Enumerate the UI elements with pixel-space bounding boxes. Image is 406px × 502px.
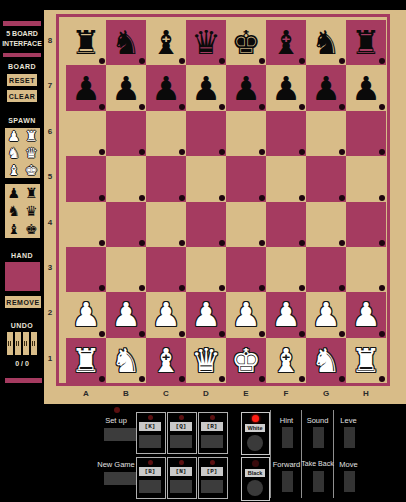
black-pawn: ♟ <box>226 65 266 110</box>
sound-label: Sound <box>302 416 333 425</box>
hint-label: Hint <box>271 416 302 425</box>
square-h2[interactable]: ♟ <box>346 292 386 337</box>
black-rook: ♜ <box>66 20 106 65</box>
spawn-white-rook[interactable]: ♜ <box>23 128 41 145</box>
peg-dot <box>379 240 385 246</box>
square-b5[interactable] <box>106 156 146 201</box>
spawn-black-rook[interactable]: ♜ <box>23 184 41 202</box>
peg-dot <box>339 285 345 291</box>
peg-dot <box>219 149 225 155</box>
peg-dot <box>259 195 265 201</box>
white-indicator[interactable]: White <box>241 412 270 455</box>
piece-box-led <box>179 415 184 420</box>
peg-dot <box>179 195 185 201</box>
spawn-white-queen[interactable]: ♛ <box>23 145 41 162</box>
peg-dot <box>179 240 185 246</box>
peg-dot <box>339 240 345 246</box>
square-d8[interactable]: ♛ <box>186 20 226 65</box>
white-knight: ♞ <box>306 338 346 383</box>
square-c6[interactable] <box>146 111 186 156</box>
square-f6[interactable] <box>266 111 306 156</box>
white-knight: ♞ <box>106 338 146 383</box>
square-b1[interactable]: ♞ <box>106 338 146 383</box>
undo-bar[interactable] <box>15 332 21 355</box>
spawn-white-knight[interactable]: ♞ <box>5 145 23 162</box>
divider-bar-bottom <box>5 378 42 383</box>
piece-box-button[interactable] <box>170 435 192 448</box>
square-g2[interactable]: ♟ <box>306 292 346 337</box>
setup-button[interactable] <box>104 428 140 441</box>
square-f5[interactable] <box>266 156 306 201</box>
square-a4[interactable] <box>66 202 106 247</box>
spawn-black-queen[interactable]: ♛ <box>23 202 41 220</box>
black-bishop: ♝ <box>146 20 186 65</box>
divider-bar-mid <box>3 53 41 57</box>
board-squares: ♜♞♝♛♚♝♞♜♟♟♟♟♟♟♟♟♟♟♟♟♟♟♟♟♜♞♝♛♚♝♞♜ <box>66 20 386 383</box>
piece-box-label: [R] <box>201 422 223 431</box>
square-g6[interactable] <box>306 111 346 156</box>
white-rook: ♜ <box>346 338 386 383</box>
square-g4[interactable] <box>306 202 346 247</box>
spawn-palette-white[interactable]: ♟♜♞♛♝♚ <box>5 128 40 178</box>
square-g1[interactable]: ♞ <box>306 338 346 383</box>
square-f8[interactable]: ♝ <box>266 20 306 65</box>
peg-dot <box>179 149 185 155</box>
black-knight: ♞ <box>106 20 146 65</box>
piece-box-button[interactable] <box>201 480 223 493</box>
move-label: Move <box>333 460 364 469</box>
piece-box-led <box>210 460 215 465</box>
peg-dot <box>259 285 265 291</box>
hint-button[interactable] <box>282 427 293 448</box>
square-b8[interactable]: ♞ <box>106 20 146 65</box>
square-a6[interactable] <box>66 111 106 156</box>
square-h1[interactable]: ♜ <box>346 338 386 383</box>
rank-label-7: 7 <box>44 81 56 90</box>
forward-label: Forward <box>269 460 304 469</box>
peg-dot <box>99 195 105 201</box>
black-indicator[interactable]: Black <box>241 457 270 501</box>
white-pawn: ♟ <box>66 292 106 337</box>
black-pawn: ♟ <box>146 65 186 110</box>
divider-bar-top <box>3 21 41 26</box>
undo-bar[interactable] <box>23 332 29 355</box>
peg-dot <box>379 149 385 155</box>
board-section-label: BOARD <box>0 63 44 70</box>
spawn-black-pawn[interactable]: ♟ <box>5 184 23 202</box>
black-queen: ♛ <box>186 20 226 65</box>
hand-section-label: HAND <box>0 252 44 259</box>
square-a5[interactable] <box>66 156 106 201</box>
piece-box-button[interactable] <box>139 480 161 493</box>
take-back-label: Take Back <box>300 460 335 467</box>
square-h5[interactable] <box>346 156 386 201</box>
spawn-black-knight[interactable]: ♞ <box>5 202 23 220</box>
white-led <box>252 415 259 422</box>
peg-dot <box>379 285 385 291</box>
square-e8[interactable]: ♚ <box>226 20 266 65</box>
square-e1[interactable]: ♚ <box>226 338 266 383</box>
file-label-h: H <box>346 389 386 398</box>
white-bishop: ♝ <box>146 338 186 383</box>
white-pawn: ♟ <box>226 292 266 337</box>
white-pawn: ♟ <box>346 292 386 337</box>
spawn-white-pawn[interactable]: ♟ <box>5 128 23 145</box>
square-c7[interactable]: ♟ <box>146 65 186 110</box>
rank-label-5: 5 <box>44 172 56 181</box>
square-f4[interactable] <box>266 202 306 247</box>
square-f1[interactable]: ♝ <box>266 338 306 383</box>
square-e6[interactable] <box>226 111 266 156</box>
file-label-a: A <box>66 389 106 398</box>
piece-box-led <box>148 460 153 465</box>
square-b7[interactable]: ♟ <box>106 65 146 110</box>
spawn-black-king[interactable]: ♚ <box>23 220 41 238</box>
setup-led <box>114 407 120 413</box>
square-a7[interactable]: ♟ <box>66 65 106 110</box>
square-b4[interactable] <box>106 202 146 247</box>
white-bishop: ♝ <box>266 338 306 383</box>
rank-label-3: 3 <box>44 263 56 272</box>
black-knight: ♞ <box>306 20 346 65</box>
square-b6[interactable] <box>106 111 146 156</box>
piece-box-led <box>148 415 153 420</box>
square-f7[interactable]: ♟ <box>266 65 306 110</box>
square-b3[interactable] <box>106 247 146 292</box>
piece-box-button[interactable] <box>139 435 161 448</box>
peg-dot <box>339 195 345 201</box>
take-back-button[interactable] <box>313 471 324 492</box>
level-label: Leve <box>333 416 364 425</box>
square-c3[interactable] <box>146 247 186 292</box>
square-g5[interactable] <box>306 156 346 201</box>
peg-dot <box>299 195 305 201</box>
file-label-e: E <box>226 389 266 398</box>
rank-label-4: 4 <box>44 218 56 227</box>
black-label: Black <box>245 469 265 477</box>
spawn-palette-black[interactable]: ♟♜♞♛♝♚ <box>5 184 40 238</box>
peg-dot <box>179 285 185 291</box>
white-pawn: ♟ <box>186 292 226 337</box>
spawn-black-bishop[interactable]: ♝ <box>5 220 23 238</box>
remove-button[interactable]: REMOVE <box>5 296 41 308</box>
piece-box-p[interactable]: [P] <box>198 457 228 499</box>
peg-dot <box>99 149 105 155</box>
square-h6[interactable] <box>346 111 386 156</box>
black-king: ♚ <box>226 20 266 65</box>
undo-section-label: UNDO <box>0 322 44 329</box>
square-h8[interactable]: ♜ <box>346 20 386 65</box>
black-pawn: ♟ <box>346 65 386 110</box>
piece-box-label: [N] <box>170 467 192 476</box>
square-g7[interactable]: ♟ <box>306 65 346 110</box>
peg-dot <box>219 240 225 246</box>
white-pawn: ♟ <box>306 292 346 337</box>
peg-dot <box>219 195 225 201</box>
undo-bars[interactable] <box>7 332 39 355</box>
rank-label-1: 1 <box>44 354 56 363</box>
rank-label-8: 8 <box>44 36 56 45</box>
move-button[interactable] <box>344 471 355 492</box>
piece-box-button[interactable] <box>201 435 223 448</box>
square-c2[interactable]: ♟ <box>146 292 186 337</box>
square-d6[interactable] <box>186 111 226 156</box>
file-label-c: C <box>146 389 186 398</box>
square-g3[interactable] <box>306 247 346 292</box>
square-g8[interactable]: ♞ <box>306 20 346 65</box>
piece-box-n[interactable]: [N] <box>167 457 197 499</box>
square-a1[interactable]: ♜ <box>66 338 106 383</box>
peg-dot <box>259 149 265 155</box>
peg-dot <box>299 240 305 246</box>
square-d1[interactable]: ♛ <box>186 338 226 383</box>
square-c5[interactable] <box>146 156 186 201</box>
square-d7[interactable]: ♟ <box>186 65 226 110</box>
square-e4[interactable] <box>226 202 266 247</box>
square-f3[interactable] <box>266 247 306 292</box>
piece-box-r[interactable]: [R] <box>198 412 228 454</box>
undo-bar[interactable] <box>7 332 13 355</box>
peg-dot <box>139 285 145 291</box>
piece-box-label: [Q] <box>170 422 192 431</box>
peg-dot <box>99 285 105 291</box>
file-label-b: B <box>106 389 146 398</box>
undo-counter: 0 / 0 <box>0 360 44 367</box>
file-label-d: D <box>186 389 226 398</box>
piece-box-label: [K] <box>139 422 161 431</box>
square-a2[interactable]: ♟ <box>66 292 106 337</box>
square-c1[interactable]: ♝ <box>146 338 186 383</box>
file-label-g: G <box>306 389 346 398</box>
peg-dot <box>99 240 105 246</box>
black-pawn: ♟ <box>186 65 226 110</box>
file-label-f: F <box>266 389 306 398</box>
square-d3[interactable] <box>186 247 226 292</box>
control-panel: Set up New Game [K][Q][R][B][N][P] White… <box>0 404 406 502</box>
black-button[interactable] <box>247 480 263 496</box>
peg-dot <box>379 195 385 201</box>
piece-box-led <box>210 415 215 420</box>
rank-label-2: 2 <box>44 308 56 317</box>
square-a3[interactable] <box>66 247 106 292</box>
forward-button[interactable] <box>282 471 293 492</box>
white-queen: ♛ <box>186 338 226 383</box>
spawn-white-king[interactable]: ♚ <box>23 161 41 178</box>
level-button[interactable] <box>344 427 355 448</box>
square-h3[interactable] <box>346 247 386 292</box>
app-title-line1: 5 BOARD <box>0 29 44 39</box>
square-e7[interactable]: ♟ <box>226 65 266 110</box>
peg-dot <box>299 285 305 291</box>
black-rook: ♜ <box>346 20 386 65</box>
black-bishop: ♝ <box>266 20 306 65</box>
square-a8[interactable]: ♜ <box>66 20 106 65</box>
black-pawn: ♟ <box>306 65 346 110</box>
black-pawn: ♟ <box>106 65 146 110</box>
sound-button[interactable] <box>313 427 324 448</box>
app-title: 5 BOARD INTERFACE <box>0 29 44 49</box>
square-b2[interactable]: ♟ <box>106 292 146 337</box>
square-c4[interactable] <box>146 202 186 247</box>
app-title-line2: INTERFACE <box>0 39 44 49</box>
rank-label-6: 6 <box>44 127 56 136</box>
white-rook: ♜ <box>66 338 106 383</box>
square-d4[interactable] <box>186 202 226 247</box>
piece-box-label: [B] <box>139 467 161 476</box>
white-pawn: ♟ <box>266 292 306 337</box>
square-e5[interactable] <box>226 156 266 201</box>
square-f2[interactable]: ♟ <box>266 292 306 337</box>
peg-dot <box>139 149 145 155</box>
peg-dot <box>219 285 225 291</box>
square-e3[interactable] <box>226 247 266 292</box>
piece-box-button[interactable] <box>170 480 192 493</box>
clear-button[interactable]: CLEAR <box>7 90 37 102</box>
piece-box-q[interactable]: [Q] <box>167 412 197 454</box>
peg-dot <box>259 240 265 246</box>
square-d5[interactable] <box>186 156 226 201</box>
peg-dot <box>299 149 305 155</box>
white-label: White <box>245 424 265 432</box>
new-game-button[interactable] <box>104 472 140 485</box>
piece-box-led <box>179 460 184 465</box>
peg-dot <box>139 195 145 201</box>
square-h7[interactable]: ♟ <box>346 65 386 110</box>
square-d2[interactable]: ♟ <box>186 292 226 337</box>
white-king: ♚ <box>226 338 266 383</box>
piece-box-label: [P] <box>201 467 223 476</box>
white-pawn: ♟ <box>106 292 146 337</box>
piece-box-b[interactable]: [B] <box>136 457 166 499</box>
square-c8[interactable]: ♝ <box>146 20 186 65</box>
white-button[interactable] <box>247 435 263 451</box>
spawn-white-bishop[interactable]: ♝ <box>5 161 23 178</box>
reset-button[interactable]: RESET <box>7 74 37 86</box>
peg-dot <box>339 149 345 155</box>
square-e2[interactable]: ♟ <box>226 292 266 337</box>
piece-box-k[interactable]: [K] <box>136 412 166 454</box>
black-led <box>252 460 259 467</box>
black-pawn: ♟ <box>266 65 306 110</box>
spawn-section-label: SPAWN <box>0 117 44 124</box>
black-pawn: ♟ <box>66 65 106 110</box>
hand-area[interactable] <box>5 262 40 291</box>
undo-bar[interactable] <box>31 332 37 355</box>
white-pawn: ♟ <box>146 292 186 337</box>
board-panel: ♜♞♝♛♚♝♞♜♟♟♟♟♟♟♟♟♟♟♟♟♟♟♟♟♜♞♝♛♚♝♞♜ 8765432… <box>44 10 406 404</box>
square-h4[interactable] <box>346 202 386 247</box>
peg-dot <box>139 240 145 246</box>
